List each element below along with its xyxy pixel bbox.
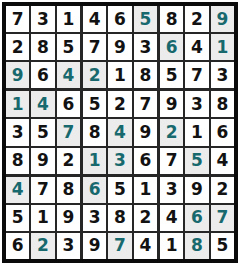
cell-r9c9[interactable]: 5 (211, 233, 234, 259)
box-6: 938216754 (160, 91, 234, 173)
cell-r5c9[interactable]: 6 (211, 119, 234, 145)
cell-r7c9[interactable]: 2 (211, 177, 234, 203)
cell-r3c5[interactable]: 1 (108, 62, 131, 88)
cell-r7c6[interactable]: 1 (134, 177, 157, 203)
cell-r2c2[interactable]: 8 (31, 34, 54, 60)
cell-r6c5[interactable]: 3 (108, 148, 131, 174)
cell-r2c7[interactable]: 6 (160, 34, 183, 60)
box-5: 527849136 (83, 91, 157, 173)
cell-r1c6[interactable]: 5 (134, 6, 157, 32)
cell-r3c1[interactable]: 9 (6, 62, 29, 88)
cell-r4c9[interactable]: 8 (211, 91, 234, 117)
box-1: 731285964 (6, 6, 80, 88)
cell-r3c3[interactable]: 4 (57, 62, 80, 88)
cell-r4c8[interactable]: 3 (185, 91, 208, 117)
cell-r7c2[interactable]: 7 (31, 177, 54, 203)
cell-r1c4[interactable]: 4 (83, 6, 106, 32)
cell-r6c9[interactable]: 4 (211, 148, 234, 174)
sudoku-page: 7312859644657932188296415731463578925278… (0, 0, 240, 265)
cell-r5c3[interactable]: 7 (57, 119, 80, 145)
cell-r6c8[interactable]: 5 (185, 148, 208, 174)
cell-r2c9[interactable]: 1 (211, 34, 234, 60)
cell-r7c4[interactable]: 6 (83, 177, 106, 203)
cell-r4c6[interactable]: 7 (134, 91, 157, 117)
cell-r7c7[interactable]: 3 (160, 177, 183, 203)
cell-r1c7[interactable]: 8 (160, 6, 183, 32)
box-7: 478519623 (6, 177, 80, 259)
cell-r1c1[interactable]: 7 (6, 6, 29, 32)
cell-r8c7[interactable]: 4 (160, 205, 183, 231)
cell-r2c1[interactable]: 2 (6, 34, 29, 60)
cell-r3c2[interactable]: 6 (31, 62, 54, 88)
cell-r5c4[interactable]: 8 (83, 119, 106, 145)
cell-r3c9[interactable]: 3 (211, 62, 234, 88)
cell-r8c5[interactable]: 8 (108, 205, 131, 231)
cell-r9c2[interactable]: 2 (31, 233, 54, 259)
cell-r1c3[interactable]: 1 (57, 6, 80, 32)
box-8: 651382974 (83, 177, 157, 259)
cell-r8c3[interactable]: 9 (57, 205, 80, 231)
cell-r9c1[interactable]: 6 (6, 233, 29, 259)
cell-r5c6[interactable]: 9 (134, 119, 157, 145)
cell-r5c7[interactable]: 2 (160, 119, 183, 145)
cell-r9c6[interactable]: 4 (134, 233, 157, 259)
cell-r5c5[interactable]: 4 (108, 119, 131, 145)
cell-r6c1[interactable]: 8 (6, 148, 29, 174)
cell-r1c8[interactable]: 2 (185, 6, 208, 32)
cell-r4c5[interactable]: 2 (108, 91, 131, 117)
cell-r6c6[interactable]: 6 (134, 148, 157, 174)
cell-r9c5[interactable]: 7 (108, 233, 131, 259)
cell-r3c6[interactable]: 8 (134, 62, 157, 88)
cell-r7c1[interactable]: 4 (6, 177, 29, 203)
cell-r9c7[interactable]: 1 (160, 233, 183, 259)
cell-r3c8[interactable]: 7 (185, 62, 208, 88)
cell-r4c3[interactable]: 6 (57, 91, 80, 117)
cell-r4c2[interactable]: 4 (31, 91, 54, 117)
cell-r9c8[interactable]: 8 (185, 233, 208, 259)
cell-r1c5[interactable]: 6 (108, 6, 131, 32)
cell-r9c4[interactable]: 9 (83, 233, 106, 259)
cell-r5c1[interactable]: 3 (6, 119, 29, 145)
cell-r3c4[interactable]: 2 (83, 62, 106, 88)
cell-r8c8[interactable]: 6 (185, 205, 208, 231)
cell-r8c9[interactable]: 7 (211, 205, 234, 231)
cell-r8c6[interactable]: 2 (134, 205, 157, 231)
cell-r4c7[interactable]: 9 (160, 91, 183, 117)
cell-r4c1[interactable]: 1 (6, 91, 29, 117)
cell-r5c8[interactable]: 1 (185, 119, 208, 145)
cell-r1c2[interactable]: 3 (31, 6, 54, 32)
cell-r8c1[interactable]: 5 (6, 205, 29, 231)
cell-r6c4[interactable]: 1 (83, 148, 106, 174)
box-9: 392467185 (160, 177, 234, 259)
cell-r8c4[interactable]: 3 (83, 205, 106, 231)
box-2: 465793218 (83, 6, 157, 88)
cell-r2c5[interactable]: 9 (108, 34, 131, 60)
cell-r7c5[interactable]: 5 (108, 177, 131, 203)
cell-r6c3[interactable]: 2 (57, 148, 80, 174)
cell-r5c2[interactable]: 5 (31, 119, 54, 145)
cell-r7c3[interactable]: 8 (57, 177, 80, 203)
cell-r2c6[interactable]: 3 (134, 34, 157, 60)
cell-r7c8[interactable]: 9 (185, 177, 208, 203)
sudoku-board: 7312859644657932188296415731463578925278… (2, 2, 238, 263)
cell-r2c3[interactable]: 5 (57, 34, 80, 60)
cell-r6c2[interactable]: 9 (31, 148, 54, 174)
cell-r2c4[interactable]: 7 (83, 34, 106, 60)
box-3: 829641573 (160, 6, 234, 88)
cell-r3c7[interactable]: 5 (160, 62, 183, 88)
cell-r1c9[interactable]: 9 (211, 6, 234, 32)
cell-r2c8[interactable]: 4 (185, 34, 208, 60)
cell-r4c4[interactable]: 5 (83, 91, 106, 117)
cell-r9c3[interactable]: 3 (57, 233, 80, 259)
cell-r8c2[interactable]: 1 (31, 205, 54, 231)
box-4: 146357892 (6, 91, 80, 173)
cell-r6c7[interactable]: 7 (160, 148, 183, 174)
